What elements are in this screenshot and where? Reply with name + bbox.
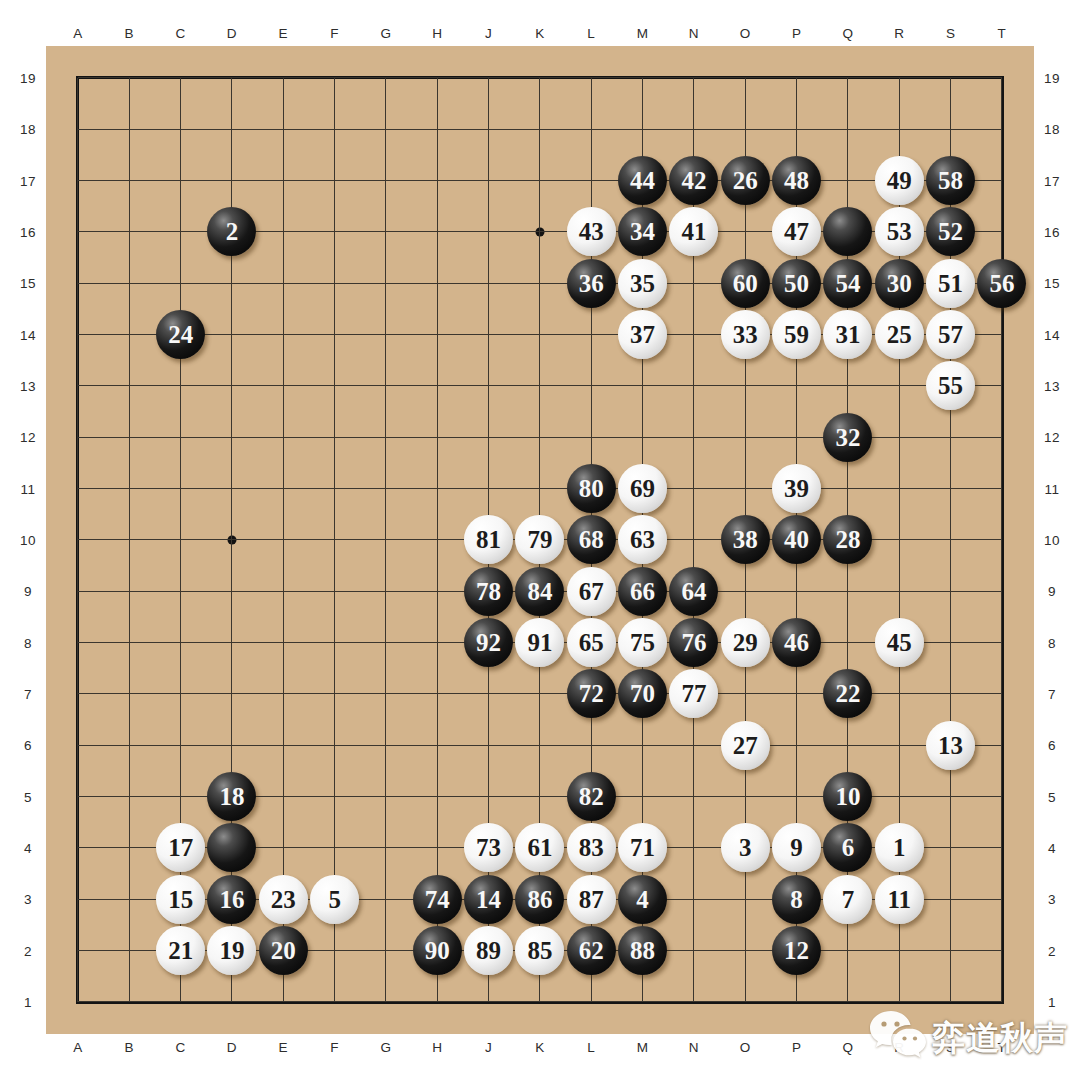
intersection-T3[interactable]: [976, 874, 1027, 925]
intersection-Q7[interactable]: 22: [822, 668, 873, 719]
intersection-F16[interactable]: [309, 206, 360, 257]
intersection-D7[interactable]: [206, 668, 257, 719]
intersection-T10[interactable]: [976, 514, 1027, 565]
intersection-H17[interactable]: [412, 155, 463, 206]
intersection-A9[interactable]: [52, 566, 103, 617]
intersection-T5[interactable]: [976, 771, 1027, 822]
intersection-Q18[interactable]: [822, 104, 873, 155]
intersection-C7[interactable]: [155, 668, 206, 719]
intersection-O17[interactable]: 26: [720, 155, 771, 206]
intersection-P17[interactable]: 48: [771, 155, 822, 206]
intersection-E10[interactable]: [258, 514, 309, 565]
intersection-F13[interactable]: [309, 360, 360, 411]
intersection-M7[interactable]: 70: [617, 668, 668, 719]
intersection-F17[interactable]: [309, 155, 360, 206]
intersection-O1[interactable]: [720, 976, 771, 1027]
intersection-P7[interactable]: [771, 668, 822, 719]
intersection-N3[interactable]: [668, 874, 719, 925]
intersection-F8[interactable]: [309, 617, 360, 668]
intersection-L7[interactable]: 72: [566, 668, 617, 719]
intersection-N5[interactable]: [668, 771, 719, 822]
intersection-A4[interactable]: [52, 822, 103, 873]
intersection-F7[interactable]: [309, 668, 360, 719]
intersection-R11[interactable]: [874, 463, 925, 514]
intersection-M14[interactable]: 37: [617, 309, 668, 360]
intersection-H4[interactable]: [412, 822, 463, 873]
intersection-S2[interactable]: [925, 925, 976, 976]
intersection-O3[interactable]: [720, 874, 771, 925]
intersection-T8[interactable]: [976, 617, 1027, 668]
intersection-P3[interactable]: 8: [771, 874, 822, 925]
intersection-P9[interactable]: [771, 566, 822, 617]
intersection-D15[interactable]: [206, 258, 257, 309]
intersection-T14[interactable]: [976, 309, 1027, 360]
intersection-N13[interactable]: [668, 360, 719, 411]
intersection-N1[interactable]: [668, 976, 719, 1027]
intersection-Q8[interactable]: [822, 617, 873, 668]
intersection-M12[interactable]: [617, 412, 668, 463]
intersection-B17[interactable]: [104, 155, 155, 206]
intersection-G17[interactable]: [360, 155, 411, 206]
intersection-H15[interactable]: [412, 258, 463, 309]
intersection-H16[interactable]: [412, 206, 463, 257]
intersection-O2[interactable]: [720, 925, 771, 976]
intersection-B16[interactable]: [104, 206, 155, 257]
intersection-A17[interactable]: [52, 155, 103, 206]
intersection-C8[interactable]: [155, 617, 206, 668]
intersection-L16[interactable]: 43: [566, 206, 617, 257]
intersection-F18[interactable]: [309, 104, 360, 155]
intersection-L18[interactable]: [566, 104, 617, 155]
intersection-L1[interactable]: [566, 976, 617, 1027]
intersection-L8[interactable]: 65: [566, 617, 617, 668]
intersection-J19[interactable]: [463, 52, 514, 103]
intersection-N6[interactable]: [668, 720, 719, 771]
intersection-B7[interactable]: [104, 668, 155, 719]
intersection-C5[interactable]: [155, 771, 206, 822]
intersection-A5[interactable]: [52, 771, 103, 822]
intersection-A14[interactable]: [52, 309, 103, 360]
intersection-Q16[interactable]: [822, 206, 873, 257]
intersection-P6[interactable]: [771, 720, 822, 771]
intersection-T4[interactable]: [976, 822, 1027, 873]
intersection-J13[interactable]: [463, 360, 514, 411]
intersection-C16[interactable]: [155, 206, 206, 257]
intersection-D13[interactable]: [206, 360, 257, 411]
intersection-H12[interactable]: [412, 412, 463, 463]
intersection-J3[interactable]: 14: [463, 874, 514, 925]
intersection-S7[interactable]: [925, 668, 976, 719]
intersection-O6[interactable]: 27: [720, 720, 771, 771]
intersection-O5[interactable]: [720, 771, 771, 822]
intersection-E15[interactable]: [258, 258, 309, 309]
intersection-T18[interactable]: [976, 104, 1027, 155]
intersection-S5[interactable]: [925, 771, 976, 822]
intersection-Q19[interactable]: [822, 52, 873, 103]
intersection-E3[interactable]: 23: [258, 874, 309, 925]
intersection-G9[interactable]: [360, 566, 411, 617]
intersection-S14[interactable]: 57: [925, 309, 976, 360]
intersection-G10[interactable]: [360, 514, 411, 565]
intersection-E7[interactable]: [258, 668, 309, 719]
intersection-L12[interactable]: [566, 412, 617, 463]
intersection-G14[interactable]: [360, 309, 411, 360]
intersection-J7[interactable]: [463, 668, 514, 719]
intersection-B8[interactable]: [104, 617, 155, 668]
intersection-M19[interactable]: [617, 52, 668, 103]
intersection-Q11[interactable]: [822, 463, 873, 514]
intersection-J16[interactable]: [463, 206, 514, 257]
intersection-L15[interactable]: 36: [566, 258, 617, 309]
intersection-N17[interactable]: 42: [668, 155, 719, 206]
intersection-F12[interactable]: [309, 412, 360, 463]
intersection-S9[interactable]: [925, 566, 976, 617]
intersection-A2[interactable]: [52, 925, 103, 976]
intersection-M10[interactable]: 63: [617, 514, 668, 565]
intersection-C9[interactable]: [155, 566, 206, 617]
intersection-G18[interactable]: [360, 104, 411, 155]
intersection-H13[interactable]: [412, 360, 463, 411]
intersection-L5[interactable]: 82: [566, 771, 617, 822]
intersection-F6[interactable]: [309, 720, 360, 771]
intersection-J5[interactable]: [463, 771, 514, 822]
intersection-B10[interactable]: [104, 514, 155, 565]
intersection-M13[interactable]: [617, 360, 668, 411]
intersection-D14[interactable]: [206, 309, 257, 360]
intersection-G6[interactable]: [360, 720, 411, 771]
intersection-F3[interactable]: 5: [309, 874, 360, 925]
intersection-B12[interactable]: [104, 412, 155, 463]
intersection-B5[interactable]: [104, 771, 155, 822]
intersection-S12[interactable]: [925, 412, 976, 463]
intersection-G7[interactable]: [360, 668, 411, 719]
intersection-O11[interactable]: [720, 463, 771, 514]
intersection-T9[interactable]: [976, 566, 1027, 617]
intersection-A7[interactable]: [52, 668, 103, 719]
intersection-A15[interactable]: [52, 258, 103, 309]
intersection-R14[interactable]: 25: [874, 309, 925, 360]
intersection-C2[interactable]: 21: [155, 925, 206, 976]
intersection-Q14[interactable]: 31: [822, 309, 873, 360]
intersection-M16[interactable]: 34: [617, 206, 668, 257]
intersection-Q1[interactable]: [822, 976, 873, 1027]
intersection-E16[interactable]: [258, 206, 309, 257]
intersection-P14[interactable]: 59: [771, 309, 822, 360]
intersection-O12[interactable]: [720, 412, 771, 463]
intersection-J8[interactable]: 92: [463, 617, 514, 668]
intersection-A6[interactable]: [52, 720, 103, 771]
intersection-H10[interactable]: [412, 514, 463, 565]
intersection-B19[interactable]: [104, 52, 155, 103]
intersection-O9[interactable]: [720, 566, 771, 617]
intersection-J14[interactable]: [463, 309, 514, 360]
intersection-M2[interactable]: 88: [617, 925, 668, 976]
intersection-H1[interactable]: [412, 976, 463, 1027]
intersection-L3[interactable]: 87: [566, 874, 617, 925]
intersection-E14[interactable]: [258, 309, 309, 360]
intersection-O10[interactable]: 38: [720, 514, 771, 565]
intersection-N12[interactable]: [668, 412, 719, 463]
intersection-S19[interactable]: [925, 52, 976, 103]
intersection-D12[interactable]: [206, 412, 257, 463]
intersection-K16[interactable]: [514, 206, 565, 257]
intersection-A10[interactable]: [52, 514, 103, 565]
intersection-C15[interactable]: [155, 258, 206, 309]
intersection-B15[interactable]: [104, 258, 155, 309]
intersection-H6[interactable]: [412, 720, 463, 771]
intersection-D11[interactable]: [206, 463, 257, 514]
intersection-S17[interactable]: 58: [925, 155, 976, 206]
intersection-O19[interactable]: [720, 52, 771, 103]
intersection-R15[interactable]: 30: [874, 258, 925, 309]
intersection-T7[interactable]: [976, 668, 1027, 719]
intersection-A11[interactable]: [52, 463, 103, 514]
intersection-K17[interactable]: [514, 155, 565, 206]
intersection-P11[interactable]: 39: [771, 463, 822, 514]
intersection-R19[interactable]: [874, 52, 925, 103]
intersection-D3[interactable]: 16: [206, 874, 257, 925]
intersection-B9[interactable]: [104, 566, 155, 617]
intersection-N15[interactable]: [668, 258, 719, 309]
intersection-H7[interactable]: [412, 668, 463, 719]
intersection-C14[interactable]: 24: [155, 309, 206, 360]
intersection-P16[interactable]: 47: [771, 206, 822, 257]
intersection-K6[interactable]: [514, 720, 565, 771]
intersection-P19[interactable]: [771, 52, 822, 103]
intersection-K10[interactable]: 79: [514, 514, 565, 565]
intersection-K7[interactable]: [514, 668, 565, 719]
intersection-A18[interactable]: [52, 104, 103, 155]
intersection-T13[interactable]: [976, 360, 1027, 411]
intersection-E9[interactable]: [258, 566, 309, 617]
intersection-P18[interactable]: [771, 104, 822, 155]
intersection-E18[interactable]: [258, 104, 309, 155]
intersection-T19[interactable]: [976, 52, 1027, 103]
intersection-D5[interactable]: 18: [206, 771, 257, 822]
intersection-Q15[interactable]: 54: [822, 258, 873, 309]
intersection-C6[interactable]: [155, 720, 206, 771]
intersection-G5[interactable]: [360, 771, 411, 822]
intersection-E5[interactable]: [258, 771, 309, 822]
intersection-D1[interactable]: [206, 976, 257, 1027]
intersection-P5[interactable]: [771, 771, 822, 822]
intersection-O14[interactable]: 33: [720, 309, 771, 360]
intersection-H5[interactable]: [412, 771, 463, 822]
intersection-C11[interactable]: [155, 463, 206, 514]
intersection-N18[interactable]: [668, 104, 719, 155]
intersection-F4[interactable]: [309, 822, 360, 873]
intersection-S4[interactable]: [925, 822, 976, 873]
intersection-O7[interactable]: [720, 668, 771, 719]
intersection-B1[interactable]: [104, 976, 155, 1027]
intersection-F10[interactable]: [309, 514, 360, 565]
intersection-M11[interactable]: 69: [617, 463, 668, 514]
intersection-H9[interactable]: [412, 566, 463, 617]
intersection-R16[interactable]: 53: [874, 206, 925, 257]
intersection-E2[interactable]: 20: [258, 925, 309, 976]
intersection-A8[interactable]: [52, 617, 103, 668]
intersection-K9[interactable]: 84: [514, 566, 565, 617]
intersection-R2[interactable]: [874, 925, 925, 976]
intersection-M15[interactable]: 35: [617, 258, 668, 309]
intersection-Q2[interactable]: [822, 925, 873, 976]
intersection-J4[interactable]: 73: [463, 822, 514, 873]
intersection-P12[interactable]: [771, 412, 822, 463]
intersection-Q5[interactable]: 10: [822, 771, 873, 822]
intersection-M17[interactable]: 44: [617, 155, 668, 206]
intersection-Q9[interactable]: [822, 566, 873, 617]
intersection-C18[interactable]: [155, 104, 206, 155]
intersection-R8[interactable]: 45: [874, 617, 925, 668]
intersection-T11[interactable]: [976, 463, 1027, 514]
intersection-K1[interactable]: [514, 976, 565, 1027]
intersection-D10[interactable]: [206, 514, 257, 565]
intersection-K18[interactable]: [514, 104, 565, 155]
intersection-E19[interactable]: [258, 52, 309, 103]
intersection-T15[interactable]: 56: [976, 258, 1027, 309]
intersection-N14[interactable]: [668, 309, 719, 360]
intersection-A19[interactable]: [52, 52, 103, 103]
intersection-K5[interactable]: [514, 771, 565, 822]
intersection-J11[interactable]: [463, 463, 514, 514]
intersection-L10[interactable]: 68: [566, 514, 617, 565]
intersection-C13[interactable]: [155, 360, 206, 411]
intersection-D19[interactable]: [206, 52, 257, 103]
intersection-H3[interactable]: 74: [412, 874, 463, 925]
intersection-L17[interactable]: [566, 155, 617, 206]
intersection-N11[interactable]: [668, 463, 719, 514]
intersection-B13[interactable]: [104, 360, 155, 411]
intersection-S8[interactable]: [925, 617, 976, 668]
intersection-D2[interactable]: 19: [206, 925, 257, 976]
intersection-R7[interactable]: [874, 668, 925, 719]
intersection-H8[interactable]: [412, 617, 463, 668]
intersection-N10[interactable]: [668, 514, 719, 565]
intersection-K4[interactable]: 61: [514, 822, 565, 873]
intersection-L6[interactable]: [566, 720, 617, 771]
intersection-R9[interactable]: [874, 566, 925, 617]
intersection-J10[interactable]: 81: [463, 514, 514, 565]
intersection-C1[interactable]: [155, 976, 206, 1027]
intersection-F15[interactable]: [309, 258, 360, 309]
intersection-K13[interactable]: [514, 360, 565, 411]
intersection-O16[interactable]: [720, 206, 771, 257]
intersection-K14[interactable]: [514, 309, 565, 360]
intersection-J1[interactable]: [463, 976, 514, 1027]
intersection-T16[interactable]: [976, 206, 1027, 257]
intersection-L2[interactable]: 62: [566, 925, 617, 976]
intersection-C19[interactable]: [155, 52, 206, 103]
intersection-D6[interactable]: [206, 720, 257, 771]
intersection-L19[interactable]: [566, 52, 617, 103]
intersection-P1[interactable]: [771, 976, 822, 1027]
intersection-E17[interactable]: [258, 155, 309, 206]
intersection-P4[interactable]: 9: [771, 822, 822, 873]
intersection-F1[interactable]: [309, 976, 360, 1027]
intersection-G12[interactable]: [360, 412, 411, 463]
intersection-K2[interactable]: 85: [514, 925, 565, 976]
intersection-R6[interactable]: [874, 720, 925, 771]
intersection-J12[interactable]: [463, 412, 514, 463]
intersection-R12[interactable]: [874, 412, 925, 463]
intersection-H18[interactable]: [412, 104, 463, 155]
intersection-Q10[interactable]: 28: [822, 514, 873, 565]
intersection-R10[interactable]: [874, 514, 925, 565]
intersection-A3[interactable]: [52, 874, 103, 925]
intersection-N2[interactable]: [668, 925, 719, 976]
intersection-Q13[interactable]: [822, 360, 873, 411]
intersection-P10[interactable]: 40: [771, 514, 822, 565]
intersection-P13[interactable]: [771, 360, 822, 411]
intersection-G8[interactable]: [360, 617, 411, 668]
intersection-N16[interactable]: 41: [668, 206, 719, 257]
intersection-T12[interactable]: [976, 412, 1027, 463]
intersection-H14[interactable]: [412, 309, 463, 360]
intersection-K15[interactable]: [514, 258, 565, 309]
intersection-L4[interactable]: 83: [566, 822, 617, 873]
intersection-R17[interactable]: 49: [874, 155, 925, 206]
intersection-E12[interactable]: [258, 412, 309, 463]
intersection-P8[interactable]: 46: [771, 617, 822, 668]
intersection-G15[interactable]: [360, 258, 411, 309]
intersection-B2[interactable]: [104, 925, 155, 976]
intersection-F11[interactable]: [309, 463, 360, 514]
intersection-R3[interactable]: 11: [874, 874, 925, 925]
intersection-S10[interactable]: [925, 514, 976, 565]
intersection-D8[interactable]: [206, 617, 257, 668]
intersection-L13[interactable]: [566, 360, 617, 411]
intersection-G3[interactable]: [360, 874, 411, 925]
intersection-K19[interactable]: [514, 52, 565, 103]
intersection-G13[interactable]: [360, 360, 411, 411]
intersection-Q3[interactable]: 7: [822, 874, 873, 925]
intersection-L14[interactable]: [566, 309, 617, 360]
intersection-E11[interactable]: [258, 463, 309, 514]
intersection-J18[interactable]: [463, 104, 514, 155]
intersection-R18[interactable]: [874, 104, 925, 155]
intersection-B18[interactable]: [104, 104, 155, 155]
intersection-O8[interactable]: 29: [720, 617, 771, 668]
intersection-G11[interactable]: [360, 463, 411, 514]
intersection-M1[interactable]: [617, 976, 668, 1027]
intersection-G2[interactable]: [360, 925, 411, 976]
intersection-E4[interactable]: [258, 822, 309, 873]
intersection-T17[interactable]: [976, 155, 1027, 206]
intersection-B11[interactable]: [104, 463, 155, 514]
intersection-R5[interactable]: [874, 771, 925, 822]
intersection-F14[interactable]: [309, 309, 360, 360]
intersection-S3[interactable]: [925, 874, 976, 925]
intersection-H11[interactable]: [412, 463, 463, 514]
intersection-N19[interactable]: [668, 52, 719, 103]
intersection-G1[interactable]: [360, 976, 411, 1027]
intersection-L9[interactable]: 67: [566, 566, 617, 617]
intersection-A16[interactable]: [52, 206, 103, 257]
intersection-S6[interactable]: 13: [925, 720, 976, 771]
intersection-J2[interactable]: 89: [463, 925, 514, 976]
intersection-A12[interactable]: [52, 412, 103, 463]
intersection-S16[interactable]: 52: [925, 206, 976, 257]
intersection-C10[interactable]: [155, 514, 206, 565]
intersection-C17[interactable]: [155, 155, 206, 206]
intersection-T6[interactable]: [976, 720, 1027, 771]
intersection-E6[interactable]: [258, 720, 309, 771]
intersection-F19[interactable]: [309, 52, 360, 103]
intersection-S11[interactable]: [925, 463, 976, 514]
intersection-D17[interactable]: [206, 155, 257, 206]
intersection-Q4[interactable]: 6: [822, 822, 873, 873]
intersection-S15[interactable]: 51: [925, 258, 976, 309]
